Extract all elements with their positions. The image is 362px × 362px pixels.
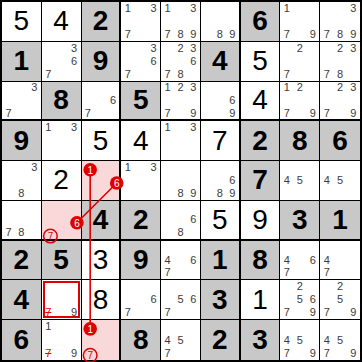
solved-value: 5	[93, 127, 109, 155]
candidate-5: 5	[174, 333, 187, 346]
given-value: 2	[93, 7, 109, 35]
given-value: 2	[212, 326, 228, 354]
given-value: 4	[14, 286, 30, 314]
given-value: 5	[53, 246, 69, 274]
candidate-3: 3	[187, 42, 200, 55]
candidate-3: 3	[347, 2, 360, 15]
candidate-grid: 367	[42, 42, 81, 81]
given-value: 9	[133, 246, 149, 274]
cell-r2c5[interactable]: 23678	[161, 42, 201, 82]
candidate-4: 4	[320, 254, 333, 267]
candidate-4: 4	[320, 174, 333, 187]
candidate-4: 4	[280, 254, 293, 267]
candidate-grid: 23678	[161, 42, 200, 81]
candidate-8: 8	[15, 226, 28, 239]
solved-value: 5	[212, 206, 228, 234]
candidate-3: 3	[147, 42, 160, 55]
cell-r7c9[interactable]: 47	[320, 241, 360, 281]
candidate-8: 8	[174, 187, 187, 200]
candidate-grid: 3789	[320, 2, 360, 41]
candidate-9: 9	[187, 107, 200, 120]
candidate-7: 7	[161, 107, 174, 120]
cell-r5c6[interactable]: 689	[201, 161, 241, 201]
given-value: 8	[133, 326, 149, 354]
candidate-6: 6	[187, 293, 200, 306]
cell-r5c5[interactable]: 89	[161, 161, 201, 201]
candidate-7: 7	[2, 107, 15, 120]
candidate-grid: 38	[2, 161, 41, 200]
candidate-grid: 89	[161, 161, 200, 200]
candidate-2: 2	[293, 82, 306, 95]
candidate-grid: 13	[121, 161, 160, 200]
candidate-grid: 12379	[161, 82, 200, 120]
cell-r9c6[interactable]: 2	[201, 320, 241, 360]
candidate-5: 5	[174, 293, 187, 306]
cell-r2c9[interactable]: 2378	[320, 42, 360, 82]
candidate-7: 7	[121, 28, 134, 41]
candidate-5: 5	[293, 293, 306, 306]
candidate-7: 7	[320, 267, 333, 280]
candidate-7: 7	[280, 347, 293, 360]
candidate-2: 2	[174, 42, 187, 55]
cell-r6c4[interactable]: 2	[121, 201, 161, 241]
candidate-4: 4	[161, 254, 174, 267]
cell-r2c8[interactable]: 27	[280, 42, 320, 82]
cell-r9c8[interactable]: 4579	[280, 320, 320, 360]
candidate-5: 5	[333, 174, 346, 187]
candidate-grid: 16	[82, 161, 120, 200]
cell-r8c6[interactable]: 3	[201, 280, 241, 320]
solved-value: 1	[252, 286, 268, 314]
candidate-2: 2	[293, 42, 306, 55]
cell-r6c1[interactable]: 78	[2, 201, 42, 241]
cell-r7c1[interactable]: 2	[2, 241, 42, 281]
candidate-9: 9	[226, 187, 239, 200]
candidate-1: 1	[161, 2, 174, 15]
candidate-7: 7	[280, 28, 293, 41]
candidate-grid: 69	[201, 82, 239, 120]
given-value: 4	[212, 47, 228, 75]
cell-r1c7[interactable]: 6	[241, 2, 281, 42]
candidate-7: 7	[161, 347, 174, 360]
candidate-6: 6	[306, 254, 319, 267]
candidate-3: 3	[68, 121, 81, 134]
given-value: 1	[212, 246, 228, 274]
cell-r3c6[interactable]: 69	[201, 82, 241, 122]
cell-r3c2[interactable]: 8	[42, 82, 82, 122]
candidate-1: 1	[280, 82, 293, 95]
candidate-grid: 89	[201, 2, 239, 41]
candidate-8: 8	[213, 187, 226, 200]
candidate-grid: 25679	[280, 280, 319, 319]
cell-r2c4[interactable]: 367	[121, 42, 161, 82]
cell-r8c5[interactable]: 567	[161, 280, 201, 320]
candidate-grid: 137	[121, 2, 160, 41]
cell-r3c9[interactable]: 2379	[320, 82, 360, 122]
candidate-2: 2	[293, 280, 306, 293]
given-value: 5	[133, 86, 149, 114]
candidate-1: 1	[42, 121, 55, 134]
candidate-grid: 68	[161, 201, 200, 239]
cell-r3c8[interactable]: 1279	[280, 82, 320, 122]
cell-r6c2[interactable]: 67	[42, 201, 82, 241]
given-value: 1	[14, 47, 30, 75]
candidate-8: 8	[213, 28, 226, 41]
solved-value: 4	[252, 86, 268, 114]
candidate-grid: 467	[280, 241, 319, 280]
given-value: 2	[14, 246, 30, 274]
candidate-7: 7	[280, 68, 293, 81]
candidate-3: 3	[187, 121, 200, 134]
solved-value: 5	[14, 7, 30, 35]
candidate-4: 4	[320, 333, 333, 346]
cell-r9c5[interactable]: 457	[161, 320, 201, 360]
cell-r7c3[interactable]: 3	[82, 241, 122, 281]
candidate-7: 7	[121, 68, 134, 81]
candidate-grid: 367	[121, 42, 160, 81]
cell-r2c6[interactable]: 4	[201, 42, 241, 82]
cell-r9c4[interactable]: 8	[121, 320, 161, 360]
cell-r6c8[interactable]: 3	[280, 201, 320, 241]
candidate-7: 7	[280, 107, 293, 120]
candidate-9: 9	[306, 107, 319, 120]
cell-r7c8[interactable]: 467	[280, 241, 320, 281]
cell-r4c6[interactable]: 7	[201, 121, 241, 161]
cell-r2c2[interactable]: 367	[42, 42, 82, 82]
candidate-9: 9	[306, 347, 319, 360]
candidate-grid: 4579	[280, 320, 319, 360]
candidate-6: 6	[107, 94, 120, 107]
cell-r3c5[interactable]: 12379	[161, 82, 201, 122]
candidate-grid: 17	[82, 320, 120, 360]
candidate-6: 6	[306, 293, 319, 306]
solved-value: 3	[93, 246, 109, 274]
cell-r8c3[interactable]: 8	[82, 280, 122, 320]
candidate-grid: 179	[280, 2, 319, 41]
cell-r1c6[interactable]: 89	[201, 2, 241, 42]
given-value: 6	[252, 7, 268, 35]
given-value: 6	[332, 127, 348, 155]
sudoku-board: 5421371378989617937891367936723678452723…	[0, 0, 362, 362]
candidate-8: 8	[174, 28, 187, 41]
candidate-1: 1	[161, 121, 174, 134]
candidate-grid: 13	[161, 121, 200, 160]
cell-r3c1[interactable]: 37	[2, 82, 42, 122]
cell-r1c8[interactable]: 179	[280, 2, 320, 42]
given-value: 8	[53, 86, 69, 114]
candidate-8: 8	[15, 187, 28, 200]
candidate-7: 7	[280, 267, 293, 280]
cell-r6c7[interactable]: 9	[241, 201, 281, 241]
cell-r8c2[interactable]: 79	[42, 280, 82, 320]
candidate-grid: 467	[161, 241, 200, 280]
candidate-6: 6	[226, 94, 239, 107]
candidate-3: 3	[147, 161, 160, 174]
candidate-4: 4	[280, 333, 293, 346]
candidate-6: 6	[68, 55, 81, 68]
cell-r5c9[interactable]: 45	[320, 161, 360, 201]
candidate-grid: 45	[280, 161, 319, 200]
candidate-7: 7	[161, 306, 174, 319]
given-value: 9	[93, 47, 109, 75]
candidate-grid: 567	[161, 280, 200, 319]
cell-r5c8[interactable]: 45	[280, 161, 320, 201]
candidate-8: 8	[174, 226, 187, 239]
candidate-7: 7	[121, 306, 134, 319]
candidate-4: 4	[280, 174, 293, 187]
cell-r4c4[interactable]: 4	[121, 121, 161, 161]
candidate-7: 7	[42, 306, 55, 319]
candidate-grid: 13	[42, 121, 81, 160]
solved-value: 4	[53, 7, 69, 35]
given-value: 4	[93, 206, 109, 234]
candidate-grid: 27	[280, 42, 319, 81]
cell-r2c7[interactable]: 5	[241, 42, 281, 82]
cell-r8c7[interactable]: 1	[241, 280, 281, 320]
solved-value: 2	[53, 166, 69, 194]
candidate-3: 3	[68, 42, 81, 55]
candidate-grid: 45	[320, 161, 360, 200]
cell-r1c2[interactable]: 4	[42, 2, 82, 42]
given-value: 2	[252, 127, 268, 155]
cell-r8c4[interactable]: 67	[121, 280, 161, 320]
candidate-grid: 67	[42, 201, 81, 239]
cell-r2c1[interactable]: 1	[2, 42, 42, 82]
candidate-9: 9	[347, 107, 360, 120]
candidate-5: 5	[333, 293, 346, 306]
cell-r1c9[interactable]: 3789	[320, 2, 360, 42]
cell-r9c9[interactable]: 4579	[320, 320, 360, 360]
candidate-2: 2	[333, 280, 346, 293]
cell-r4c9[interactable]: 6	[320, 121, 360, 161]
cell-r6c3[interactable]: 4	[82, 201, 122, 241]
cell-r9c2[interactable]: 179	[42, 320, 82, 360]
solved-value: 7	[212, 127, 228, 155]
candidate-9: 9	[306, 306, 319, 319]
candidate-3: 3	[28, 82, 41, 95]
candidate-7: 7	[320, 68, 333, 81]
candidate-3: 3	[347, 42, 360, 55]
candidate-7: 7	[42, 347, 55, 360]
candidate-7: 7	[161, 267, 174, 280]
cell-r5c1[interactable]: 38	[2, 161, 42, 201]
candidate-grid: 4579	[320, 320, 360, 360]
cell-r2c3[interactable]: 9	[82, 42, 122, 82]
cell-r6c5[interactable]: 68	[161, 201, 201, 241]
candidate-7: 7	[320, 107, 333, 120]
solved-value: 8	[93, 286, 109, 314]
cell-r6c9[interactable]: 1	[320, 201, 360, 241]
candidate-2: 2	[174, 82, 187, 95]
candidate-9: 9	[347, 28, 360, 41]
candidate-7: 7	[161, 68, 174, 81]
cell-r1c4[interactable]: 137	[121, 2, 161, 42]
candidate-grid: 2579	[320, 280, 360, 319]
given-value: 3	[292, 206, 308, 234]
candidate-9: 9	[68, 306, 81, 319]
cell-r8c8[interactable]: 25679	[280, 280, 320, 320]
candidate-9: 9	[347, 306, 360, 319]
candidate-6: 6	[147, 293, 160, 306]
candidate-8: 8	[174, 68, 187, 81]
given-value: 8	[252, 246, 268, 274]
cell-r4c8[interactable]: 8	[280, 121, 320, 161]
cell-r5c4[interactable]: 13	[121, 161, 161, 201]
candidate-2: 2	[333, 82, 346, 95]
cell-r8c1[interactable]: 4	[2, 280, 42, 320]
candidate-7: 7	[320, 28, 333, 41]
cell-r5c7[interactable]: 7	[241, 161, 281, 201]
given-value: 3	[212, 286, 228, 314]
cell-r5c2[interactable]: 2	[42, 161, 82, 201]
cell-r1c5[interactable]: 13789	[161, 2, 201, 42]
candidate-8: 8	[333, 68, 346, 81]
given-value: 1	[332, 206, 348, 234]
given-value: 6	[14, 326, 30, 354]
candidate-5: 5	[333, 333, 346, 346]
candidate-grid: 1279	[280, 82, 319, 120]
candidate-grid: 2378	[320, 42, 360, 81]
candidate-6: 6	[226, 174, 239, 187]
solved-value: 5	[252, 47, 268, 75]
candidate-1: 1	[280, 2, 293, 15]
candidate-grid: 67	[82, 82, 120, 120]
candidate-7: 7	[82, 107, 95, 120]
cell-r7c5[interactable]: 467	[161, 241, 201, 281]
cell-r8c9[interactable]: 2579	[320, 280, 360, 320]
candidate-3: 3	[147, 2, 160, 15]
candidate-6: 6	[187, 55, 200, 68]
candidate-3: 3	[187, 2, 200, 15]
candidate-3: 3	[347, 82, 360, 95]
candidate-1: 1	[121, 161, 134, 174]
cell-r7c2[interactable]: 5	[42, 241, 82, 281]
candidate-grid: 689	[201, 161, 239, 200]
candidate-grid: 78	[2, 201, 41, 239]
candidate-6: 6	[147, 55, 160, 68]
candidate-9: 9	[226, 107, 239, 120]
cell-r4c5[interactable]: 13	[161, 121, 201, 161]
candidate-7: 7	[320, 347, 333, 360]
cell-r3c4[interactable]: 5	[121, 82, 161, 122]
candidate-9: 9	[68, 347, 81, 360]
candidate-9: 9	[347, 347, 360, 360]
given-value: 7	[252, 166, 268, 194]
cell-r4c7[interactable]: 2	[241, 121, 281, 161]
cell-r1c3[interactable]: 2	[82, 2, 122, 42]
candidate-2: 2	[333, 42, 346, 55]
cell-r7c4[interactable]: 9	[121, 241, 161, 281]
candidate-1: 1	[42, 320, 55, 333]
cell-r9c3[interactable]: 17	[82, 320, 122, 360]
given-value: 2	[133, 206, 149, 234]
cell-r6c6[interactable]: 5	[201, 201, 241, 241]
candidate-9: 9	[226, 28, 239, 41]
cell-r4c2[interactable]: 13	[42, 121, 82, 161]
candidate-grid: 37	[2, 82, 41, 120]
candidate-7: 7	[2, 226, 15, 239]
candidate-5: 5	[293, 333, 306, 346]
candidate-5: 5	[293, 174, 306, 187]
candidate-7: 7	[42, 68, 55, 81]
given-value: 3	[252, 326, 268, 354]
given-value: 9	[14, 127, 30, 155]
candidate-6: 6	[187, 254, 200, 267]
candidate-grid: 79	[42, 280, 81, 319]
candidate-7: 7	[161, 28, 174, 41]
candidate-7: 7	[280, 306, 293, 319]
cell-r5c3[interactable]: 16	[82, 161, 122, 201]
cell-r4c3[interactable]: 5	[82, 121, 122, 161]
candidate-6: 6	[187, 213, 200, 226]
cell-r7c6[interactable]: 1	[201, 241, 241, 281]
cell-r3c7[interactable]: 4	[241, 82, 281, 122]
candidate-grid: 47	[320, 241, 360, 280]
cell-r1c1[interactable]: 5	[2, 2, 42, 42]
candidate-grid: 67	[121, 280, 160, 319]
candidate-grid: 457	[161, 320, 200, 360]
cell-r3c3[interactable]: 67	[82, 82, 122, 122]
cell-r9c1[interactable]: 6	[2, 320, 42, 360]
candidate-7: 7	[320, 306, 333, 319]
solved-value: 9	[252, 206, 268, 234]
candidate-9: 9	[187, 28, 200, 41]
sudoku-grid: 5421371378989617937891367936723678452723…	[2, 2, 360, 360]
candidate-grid: 2379	[320, 82, 360, 120]
candidate-1: 1	[121, 2, 134, 15]
candidate-1: 1	[161, 82, 174, 95]
solved-value: 4	[133, 127, 149, 155]
candidate-9: 9	[187, 187, 200, 200]
candidate-3: 3	[187, 82, 200, 95]
candidate-8: 8	[333, 28, 346, 41]
candidate-grid: 179	[42, 320, 81, 360]
candidate-9: 9	[306, 28, 319, 41]
cell-r4c1[interactable]: 9	[2, 121, 42, 161]
candidate-4: 4	[161, 333, 174, 346]
cell-r9c7[interactable]: 3	[241, 320, 281, 360]
candidate-3: 3	[28, 161, 41, 174]
candidate-grid: 13789	[161, 2, 200, 41]
given-value: 8	[292, 127, 308, 155]
cell-r7c7[interactable]: 8	[241, 241, 281, 281]
